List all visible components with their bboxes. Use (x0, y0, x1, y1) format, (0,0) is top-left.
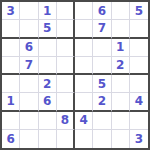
cell-r7c3[interactable] (39, 112, 57, 130)
cell-r4c8[interactable] (130, 57, 148, 75)
cell-r1c8[interactable]: 5 (130, 2, 148, 20)
cell-r1c4[interactable] (57, 2, 75, 20)
cell-r7c8[interactable] (130, 112, 148, 130)
cell-r1c2[interactable] (20, 2, 38, 20)
cell-r8c4[interactable] (57, 130, 75, 148)
cell-r6c5[interactable] (75, 93, 93, 111)
cell-r5c8[interactable] (130, 75, 148, 93)
cell-r1c6[interactable]: 6 (93, 2, 111, 20)
cell-r7c6[interactable] (93, 112, 111, 130)
cell-r5c3[interactable]: 2 (39, 75, 57, 93)
cell-r6c2[interactable] (20, 93, 38, 111)
cell-r3c5[interactable] (75, 39, 93, 57)
sudoku-board: 31655761722516248463 (0, 0, 150, 150)
cell-r7c7[interactable] (112, 112, 130, 130)
cell-r7c5[interactable]: 4 (75, 112, 93, 130)
cell-r7c1[interactable] (2, 112, 20, 130)
cell-r1c3[interactable]: 1 (39, 2, 57, 20)
cell-r2c3[interactable]: 5 (39, 20, 57, 38)
cell-r7c4[interactable]: 8 (57, 112, 75, 130)
cell-r6c6[interactable]: 2 (93, 93, 111, 111)
cell-r1c1[interactable]: 3 (2, 2, 20, 20)
cell-r5c2[interactable] (20, 75, 38, 93)
cell-r8c1[interactable]: 6 (2, 130, 20, 148)
cell-r4c3[interactable] (39, 57, 57, 75)
cell-r3c7[interactable]: 1 (112, 39, 130, 57)
cell-r5c1[interactable] (2, 75, 20, 93)
cell-r4c2[interactable]: 7 (20, 57, 38, 75)
cell-r6c4[interactable] (57, 93, 75, 111)
cell-r3c1[interactable] (2, 39, 20, 57)
cell-r2c8[interactable] (130, 20, 148, 38)
cell-r2c1[interactable] (2, 20, 20, 38)
cell-r6c1[interactable]: 1 (2, 93, 20, 111)
cell-r5c5[interactable] (75, 75, 93, 93)
cell-r3c3[interactable] (39, 39, 57, 57)
cell-r8c2[interactable] (20, 130, 38, 148)
cell-r4c5[interactable] (75, 57, 93, 75)
cell-r6c8[interactable]: 4 (130, 93, 148, 111)
cell-r5c7[interactable] (112, 75, 130, 93)
cell-r2c2[interactable] (20, 20, 38, 38)
cell-r1c5[interactable] (75, 2, 93, 20)
cell-r5c4[interactable] (57, 75, 75, 93)
cell-r4c7[interactable]: 2 (112, 57, 130, 75)
cell-r2c4[interactable] (57, 20, 75, 38)
cell-r8c8[interactable]: 3 (130, 130, 148, 148)
cell-r2c5[interactable] (75, 20, 93, 38)
cell-r8c6[interactable] (93, 130, 111, 148)
cell-r8c7[interactable] (112, 130, 130, 148)
cell-r6c7[interactable] (112, 93, 130, 111)
cell-r3c4[interactable] (57, 39, 75, 57)
cell-r3c6[interactable] (93, 39, 111, 57)
cell-r3c8[interactable] (130, 39, 148, 57)
cell-r6c3[interactable]: 6 (39, 93, 57, 111)
cell-r2c6[interactable]: 7 (93, 20, 111, 38)
cell-r8c3[interactable] (39, 130, 57, 148)
cell-r7c2[interactable] (20, 112, 38, 130)
cell-r5c6[interactable]: 5 (93, 75, 111, 93)
cell-r8c5[interactable] (75, 130, 93, 148)
cell-r1c7[interactable] (112, 2, 130, 20)
cell-r4c6[interactable] (93, 57, 111, 75)
cell-r2c7[interactable] (112, 20, 130, 38)
cell-r4c1[interactable] (2, 57, 20, 75)
cell-r3c2[interactable]: 6 (20, 39, 38, 57)
cell-r4c4[interactable] (57, 57, 75, 75)
